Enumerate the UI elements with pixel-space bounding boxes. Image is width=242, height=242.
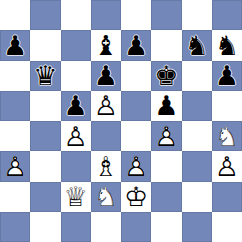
square-h8[interactable] [212, 0, 242, 30]
square-d7[interactable]: ♝ [91, 30, 121, 60]
square-e6[interactable] [121, 61, 151, 91]
square-g6[interactable] [182, 61, 212, 91]
square-d4[interactable] [91, 121, 121, 151]
square-h1[interactable] [212, 212, 242, 242]
square-h4[interactable]: ♞♘ [212, 121, 242, 151]
square-h6[interactable]: ♟ [212, 61, 242, 91]
square-c6[interactable] [61, 61, 91, 91]
black-pawn-icon: ♟ [121, 30, 151, 60]
white-pawn-outline-icon: ♙ [212, 151, 242, 181]
square-a7[interactable]: ♟ [0, 30, 30, 60]
square-d5[interactable]: ♟♙ [91, 91, 121, 121]
square-f5[interactable]: ♟ [151, 91, 181, 121]
black-pawn-icon: ♟ [91, 61, 121, 91]
square-a4[interactable] [0, 121, 30, 151]
black-pawn-icon: ♟ [151, 91, 181, 121]
white-pawn-outline-icon: ♙ [61, 121, 91, 151]
square-e8[interactable] [121, 0, 151, 30]
square-g1[interactable] [182, 212, 212, 242]
square-b6[interactable]: ♛ [30, 61, 60, 91]
square-c5[interactable]: ♟ [61, 91, 91, 121]
square-e3[interactable]: ♟♙ [121, 151, 151, 181]
square-g4[interactable] [182, 121, 212, 151]
square-g7[interactable]: ♞ [182, 30, 212, 60]
black-pawn-icon: ♟ [212, 61, 242, 91]
square-d6[interactable]: ♟ [91, 61, 121, 91]
square-h7[interactable]: ♞ [212, 30, 242, 60]
square-c1[interactable] [61, 212, 91, 242]
white-queen-icon: ♛ [61, 182, 91, 212]
white-pawn-icon: ♟ [212, 151, 242, 181]
black-king-icon: ♚ [151, 61, 181, 91]
square-h2[interactable] [212, 182, 242, 212]
white-pawn-icon: ♟ [0, 151, 30, 181]
square-h3[interactable]: ♟♙ [212, 151, 242, 181]
white-pawn-outline-icon: ♙ [0, 151, 30, 181]
square-c2[interactable]: ♛♕ [61, 182, 91, 212]
chess-board: ♟♝♟♞♞♛♟♚♟♟♟♙♟♟♙♟♙♞♘♟♙♝♗♟♙♟♙♛♕♞♘♚♔ [0, 0, 242, 242]
square-f4[interactable]: ♟♙ [151, 121, 181, 151]
square-d1[interactable] [91, 212, 121, 242]
white-pawn-outline-icon: ♙ [121, 151, 151, 181]
white-pawn-outline-icon: ♙ [151, 121, 181, 151]
square-g5[interactable] [182, 91, 212, 121]
white-queen-outline-icon: ♕ [61, 182, 91, 212]
white-pawn-icon: ♟ [91, 91, 121, 121]
square-f3[interactable] [151, 151, 181, 181]
black-knight-icon: ♞ [212, 30, 242, 60]
square-a6[interactable] [0, 61, 30, 91]
square-b7[interactable] [30, 30, 60, 60]
white-knight-icon: ♞ [212, 121, 242, 151]
square-b1[interactable] [30, 212, 60, 242]
white-pawn-outline-icon: ♙ [91, 91, 121, 121]
white-king-outline-icon: ♔ [121, 182, 151, 212]
square-a3[interactable]: ♟♙ [0, 151, 30, 181]
square-e1[interactable] [121, 212, 151, 242]
square-f2[interactable] [151, 182, 181, 212]
white-king-icon: ♚ [121, 182, 151, 212]
square-b4[interactable] [30, 121, 60, 151]
square-c4[interactable]: ♟♙ [61, 121, 91, 151]
black-knight-icon: ♞ [182, 30, 212, 60]
square-e5[interactable] [121, 91, 151, 121]
square-f6[interactable]: ♚ [151, 61, 181, 91]
square-a8[interactable] [0, 0, 30, 30]
square-e4[interactable] [121, 121, 151, 151]
square-d2[interactable]: ♞♘ [91, 182, 121, 212]
square-c7[interactable] [61, 30, 91, 60]
white-knight-icon: ♞ [91, 182, 121, 212]
square-h5[interactable] [212, 91, 242, 121]
black-pawn-icon: ♟ [61, 91, 91, 121]
square-a5[interactable] [0, 91, 30, 121]
white-bishop-outline-icon: ♗ [91, 151, 121, 181]
square-e2[interactable]: ♚♔ [121, 182, 151, 212]
square-c3[interactable] [61, 151, 91, 181]
square-g3[interactable] [182, 151, 212, 181]
white-pawn-icon: ♟ [61, 121, 91, 151]
black-queen-icon: ♛ [30, 61, 60, 91]
square-f7[interactable] [151, 30, 181, 60]
white-pawn-icon: ♟ [121, 151, 151, 181]
square-b2[interactable] [30, 182, 60, 212]
black-pawn-icon: ♟ [0, 30, 30, 60]
square-f8[interactable] [151, 0, 181, 30]
square-a1[interactable] [0, 212, 30, 242]
square-e7[interactable]: ♟ [121, 30, 151, 60]
square-c8[interactable] [61, 0, 91, 30]
square-b5[interactable] [30, 91, 60, 121]
square-a2[interactable] [0, 182, 30, 212]
white-bishop-icon: ♝ [91, 151, 121, 181]
square-d8[interactable] [91, 0, 121, 30]
square-f1[interactable] [151, 212, 181, 242]
square-g8[interactable] [182, 0, 212, 30]
square-b8[interactable] [30, 0, 60, 30]
white-pawn-icon: ♟ [151, 121, 181, 151]
black-bishop-icon: ♝ [91, 30, 121, 60]
white-knight-outline-icon: ♘ [91, 182, 121, 212]
square-g2[interactable] [182, 182, 212, 212]
square-b3[interactable] [30, 151, 60, 181]
square-d3[interactable]: ♝♗ [91, 151, 121, 181]
white-knight-outline-icon: ♘ [212, 121, 242, 151]
